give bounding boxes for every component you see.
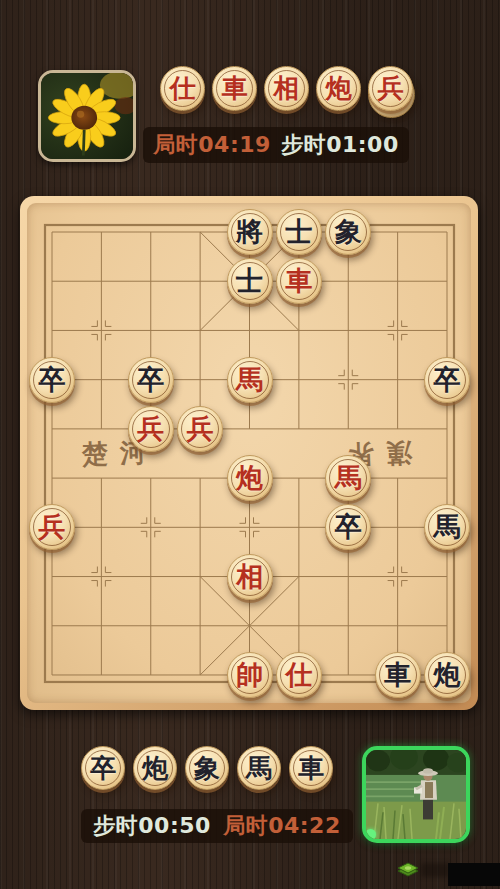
board-piece-black[interactable]: 士 <box>276 209 322 255</box>
captured-piece-red: 兵 <box>368 66 413 111</box>
bottom-captured-tray: 卒炮象馬車 <box>81 746 333 790</box>
captured-piece-red: 相 <box>264 66 309 111</box>
game-screen: 仕車相炮兵 局时04:19 步时01:00 楚河 漢界 將士象士車卒卒馬卒兵兵炮… <box>0 0 500 889</box>
captured-piece-black: 車 <box>289 746 333 790</box>
pieces-layer: 將士象士車卒卒馬卒兵兵炮馬兵卒馬相帥仕車炮 <box>20 196 478 710</box>
board-piece-black[interactable]: 士 <box>227 258 273 304</box>
board-piece-black[interactable]: 象 <box>325 209 371 255</box>
captured-piece-slot: 兵 <box>368 66 413 117</box>
bottom-player-avatar[interactable] <box>362 746 470 843</box>
bottom-game-timer: 局时04:22 <box>223 811 341 841</box>
captured-piece-black: 象 <box>185 746 229 790</box>
board-piece-red[interactable]: 馬 <box>325 455 371 501</box>
money-icon <box>396 859 420 880</box>
captured-piece-black: 炮 <box>133 746 177 790</box>
sunflower-photo <box>41 73 133 159</box>
board-piece-black[interactable]: 卒 <box>29 357 75 403</box>
active-turn-dot <box>365 829 376 840</box>
bottom-move-timer: 步时00:50 <box>93 811 211 841</box>
captured-piece-black: 卒 <box>81 746 125 790</box>
board-piece-black[interactable]: 炮 <box>424 652 470 698</box>
top-move-timer: 步时01:00 <box>281 130 399 160</box>
board-piece-red[interactable]: 馬 <box>227 357 273 403</box>
captured-piece-red: 仕 <box>160 66 205 111</box>
top-captured-tray: 仕車相炮兵 <box>160 66 413 117</box>
board-piece-black[interactable]: 卒 <box>128 357 174 403</box>
captured-piece-slot: 相 <box>264 66 309 111</box>
bottom-timer-bar: 步时00:50 局时04:22 <box>81 809 353 843</box>
captured-piece-slot: 車 <box>212 66 257 111</box>
corner-black-patch <box>448 863 500 886</box>
board-piece-red[interactable]: 帥 <box>227 652 273 698</box>
board-piece-red[interactable]: 車 <box>276 258 322 304</box>
board-piece-red[interactable]: 兵 <box>29 504 75 550</box>
board-piece-black[interactable]: 將 <box>227 209 273 255</box>
board-piece-red[interactable]: 仕 <box>276 652 322 698</box>
captured-piece-slot: 仕 <box>160 66 205 111</box>
xiangqi-board[interactable]: 楚河 漢界 將士象士車卒卒馬卒兵兵炮馬兵卒馬相帥仕車炮 <box>20 196 478 710</box>
captured-piece-red: 車 <box>212 66 257 111</box>
board-piece-red[interactable]: 炮 <box>227 455 273 501</box>
captured-piece-slot: 卒 <box>81 746 125 790</box>
board-piece-red[interactable]: 兵 <box>128 406 174 452</box>
captured-piece-slot: 象 <box>185 746 229 790</box>
captured-piece-red: 炮 <box>316 66 361 111</box>
captured-piece-slot: 車 <box>289 746 333 790</box>
board-piece-red[interactable]: 兵 <box>177 406 223 452</box>
top-game-timer: 局时04:19 <box>153 130 271 160</box>
fisherman-photo <box>366 750 466 839</box>
top-player-avatar[interactable] <box>38 70 136 162</box>
board-piece-black[interactable]: 卒 <box>325 504 371 550</box>
top-timer-bar: 局时04:19 步时01:00 <box>143 127 409 163</box>
captured-piece-slot: 馬 <box>237 746 281 790</box>
board-piece-black[interactable]: 卒 <box>424 357 470 403</box>
watermark-smudge <box>421 863 449 877</box>
captured-piece-black: 馬 <box>237 746 281 790</box>
captured-piece-slot: 炮 <box>133 746 177 790</box>
board-piece-black[interactable]: 車 <box>375 652 421 698</box>
board-piece-red[interactable]: 相 <box>227 554 273 600</box>
board-piece-black[interactable]: 馬 <box>424 504 470 550</box>
captured-piece-slot: 炮 <box>316 66 361 111</box>
